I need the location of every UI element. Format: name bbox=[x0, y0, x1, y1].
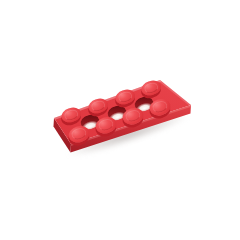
stud bbox=[86, 97, 109, 116]
stud bbox=[113, 88, 136, 107]
stud bbox=[59, 106, 82, 125]
stud bbox=[140, 79, 163, 98]
photo-canvas bbox=[0, 0, 240, 240]
plate-studs-and-holes bbox=[0, 0, 240, 240]
